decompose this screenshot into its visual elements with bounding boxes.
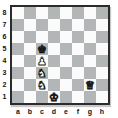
square-a4[interactable]	[12, 55, 24, 67]
square-e8[interactable]	[60, 7, 72, 19]
square-h1[interactable]	[96, 91, 108, 103]
square-c6[interactable]	[36, 31, 48, 43]
square-e3[interactable]	[60, 67, 72, 79]
square-e4[interactable]	[60, 55, 72, 67]
file-label-e: e	[60, 107, 72, 117]
rank-label-3: 3	[0, 67, 9, 79]
square-b7[interactable]	[24, 19, 36, 31]
square-b5[interactable]	[24, 43, 36, 55]
file-label-g: g	[84, 107, 96, 117]
square-b1[interactable]	[24, 91, 36, 103]
square-e6[interactable]	[60, 31, 72, 43]
file-label-h: h	[96, 107, 108, 117]
square-c1[interactable]	[36, 91, 48, 103]
chess-diagram: 87654321 ♚♟♞♞♛♚ abcdefgh	[0, 0, 118, 118]
square-c3[interactable]: ♞	[36, 67, 48, 79]
piece-white-pawn-c4: ♟	[37, 55, 47, 66]
square-a1[interactable]	[12, 91, 24, 103]
square-a6[interactable]	[12, 31, 24, 43]
square-h8[interactable]	[96, 7, 108, 19]
square-a2[interactable]	[12, 79, 24, 91]
piece-white-king-d1: ♚	[49, 91, 59, 102]
square-f4[interactable]	[72, 55, 84, 67]
square-h7[interactable]	[96, 19, 108, 31]
square-h6[interactable]	[96, 31, 108, 43]
square-a5[interactable]	[12, 43, 24, 55]
square-e1[interactable]	[60, 91, 72, 103]
rank-label-6: 6	[0, 31, 9, 43]
square-f7[interactable]	[72, 19, 84, 31]
square-c8[interactable]	[36, 7, 48, 19]
square-b2[interactable]	[24, 79, 36, 91]
square-b3[interactable]	[24, 67, 36, 79]
square-a3[interactable]	[12, 67, 24, 79]
square-f6[interactable]	[72, 31, 84, 43]
square-d7[interactable]	[48, 19, 60, 31]
rank-label-7: 7	[0, 19, 9, 31]
square-b6[interactable]	[24, 31, 36, 43]
square-g4[interactable]	[84, 55, 96, 67]
square-d3[interactable]	[48, 67, 60, 79]
square-b4[interactable]	[24, 55, 36, 67]
square-f8[interactable]	[72, 7, 84, 19]
file-label-b: b	[24, 107, 36, 117]
chess-board: ♚♟♞♞♛♚	[10, 5, 110, 105]
square-g7[interactable]	[84, 19, 96, 31]
square-f2[interactable]	[72, 79, 84, 91]
rank-label-8: 8	[0, 7, 9, 19]
rank-label-5: 5	[0, 43, 9, 55]
piece-white-queen-g2: ♛	[85, 79, 95, 90]
piece-white-knight-c3: ♞	[37, 67, 47, 78]
file-label-a: a	[12, 107, 24, 117]
square-e5[interactable]	[60, 43, 72, 55]
square-f5[interactable]	[72, 43, 84, 55]
square-h4[interactable]	[96, 55, 108, 67]
square-d1[interactable]: ♚	[48, 91, 60, 103]
rank-label-4: 4	[0, 55, 9, 67]
square-h3[interactable]	[96, 67, 108, 79]
square-c7[interactable]	[36, 19, 48, 31]
square-h5[interactable]	[96, 43, 108, 55]
square-d6[interactable]	[48, 31, 60, 43]
square-g3[interactable]	[84, 67, 96, 79]
square-h2[interactable]	[96, 79, 108, 91]
file-label-f: f	[72, 107, 84, 117]
square-g6[interactable]	[84, 31, 96, 43]
square-d2[interactable]	[48, 79, 60, 91]
square-d4[interactable]	[48, 55, 60, 67]
file-label-c: c	[36, 107, 48, 117]
square-c2[interactable]: ♞	[36, 79, 48, 91]
square-f3[interactable]	[72, 67, 84, 79]
square-d8[interactable]	[48, 7, 60, 19]
square-c5[interactable]: ♚	[36, 43, 48, 55]
square-a8[interactable]	[12, 7, 24, 19]
square-d5[interactable]	[48, 43, 60, 55]
piece-black-king-c5: ♚	[37, 43, 47, 54]
square-f1[interactable]	[72, 91, 84, 103]
square-e7[interactable]	[60, 19, 72, 31]
square-g1[interactable]	[84, 91, 96, 103]
square-c4[interactable]: ♟	[36, 55, 48, 67]
square-g2[interactable]: ♛	[84, 79, 96, 91]
square-g8[interactable]	[84, 7, 96, 19]
square-a7[interactable]	[12, 19, 24, 31]
square-e2[interactable]	[60, 79, 72, 91]
square-g5[interactable]	[84, 43, 96, 55]
file-label-d: d	[48, 107, 60, 117]
piece-white-knight-c2: ♞	[37, 79, 47, 90]
rank-label-1: 1	[0, 91, 9, 103]
square-b8[interactable]	[24, 7, 36, 19]
rank-label-2: 2	[0, 79, 9, 91]
